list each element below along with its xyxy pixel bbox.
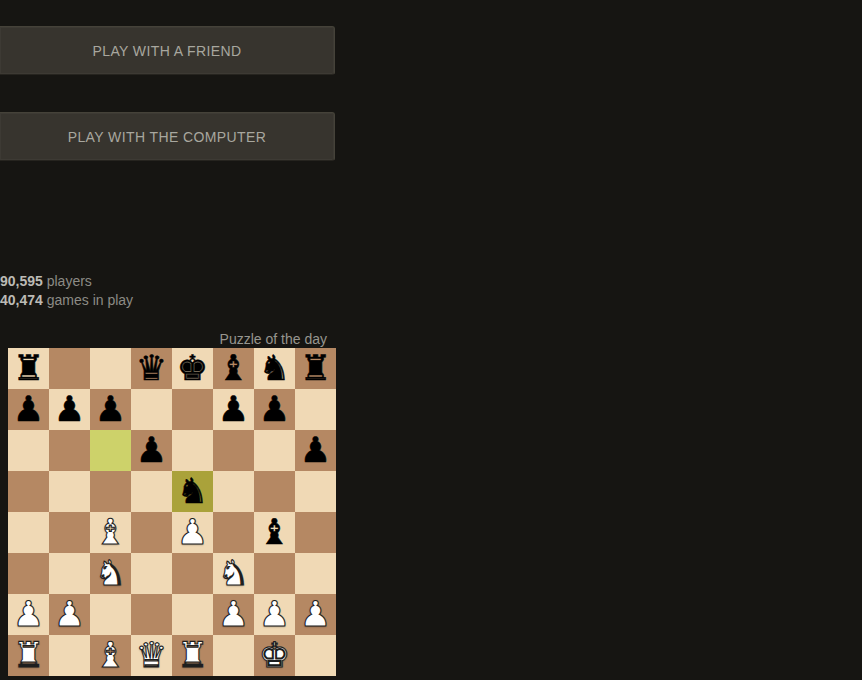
square-c3[interactable]: ♞ — [90, 553, 131, 594]
black-bishop-piece[interactable]: ♝ — [254, 512, 295, 553]
white-pawn-piece[interactable]: ♟ — [49, 594, 90, 635]
square-d3[interactable] — [131, 553, 172, 594]
square-g4[interactable]: ♝ — [254, 512, 295, 553]
square-c1[interactable]: ♝ — [90, 635, 131, 676]
square-c7[interactable]: ♟ — [90, 389, 131, 430]
square-a6[interactable] — [8, 430, 49, 471]
square-b2[interactable]: ♟ — [49, 594, 90, 635]
black-knight-piece[interactable]: ♞ — [254, 348, 295, 389]
square-f8[interactable]: ♝ — [213, 348, 254, 389]
square-f6[interactable] — [213, 430, 254, 471]
white-knight-piece[interactable]: ♞ — [213, 553, 254, 594]
white-pawn-piece[interactable]: ♟ — [213, 594, 254, 635]
square-e2[interactable] — [172, 594, 213, 635]
square-d7[interactable] — [131, 389, 172, 430]
white-rook-piece[interactable]: ♜ — [172, 635, 213, 676]
square-h6[interactable]: ♟ — [295, 430, 336, 471]
black-pawn-piece[interactable]: ♟ — [8, 389, 49, 430]
square-g3[interactable] — [254, 553, 295, 594]
play-with-computer-button[interactable]: PLAY WITH THE COMPUTER — [0, 112, 335, 161]
square-b1[interactable] — [49, 635, 90, 676]
square-c8[interactable] — [90, 348, 131, 389]
black-queen-piece[interactable]: ♛ — [131, 348, 172, 389]
square-d4[interactable] — [131, 512, 172, 553]
games-label: games in play — [47, 292, 133, 308]
white-queen-piece[interactable]: ♛ — [131, 635, 172, 676]
square-g1[interactable]: ♚ — [254, 635, 295, 676]
square-a4[interactable] — [8, 512, 49, 553]
square-f5[interactable] — [213, 471, 254, 512]
square-e7[interactable] — [172, 389, 213, 430]
chess-board[interactable]: ♜♛♚♝♞♜♟♟♟♟♟♟♟♞♝♟♝♞♞♟♟♟♟♟♜♝♛♜♚ — [8, 348, 336, 676]
square-c5[interactable] — [90, 471, 131, 512]
square-f7[interactable]: ♟ — [213, 389, 254, 430]
square-e6[interactable] — [172, 430, 213, 471]
square-c2[interactable] — [90, 594, 131, 635]
square-a7[interactable]: ♟ — [8, 389, 49, 430]
players-label: players — [47, 273, 92, 289]
square-b8[interactable] — [49, 348, 90, 389]
square-d6[interactable]: ♟ — [131, 430, 172, 471]
square-e4[interactable]: ♟ — [172, 512, 213, 553]
square-h2[interactable]: ♟ — [295, 594, 336, 635]
square-h5[interactable] — [295, 471, 336, 512]
black-pawn-piece[interactable]: ♟ — [131, 430, 172, 471]
black-pawn-piece[interactable]: ♟ — [213, 389, 254, 430]
square-b4[interactable] — [49, 512, 90, 553]
square-e8[interactable]: ♚ — [172, 348, 213, 389]
square-f2[interactable]: ♟ — [213, 594, 254, 635]
black-knight-piece[interactable]: ♞ — [172, 471, 213, 512]
square-f1[interactable] — [213, 635, 254, 676]
white-knight-piece[interactable]: ♞ — [90, 553, 131, 594]
play-with-friend-button[interactable]: PLAY WITH A FRIEND — [0, 26, 335, 75]
square-h3[interactable] — [295, 553, 336, 594]
square-e1[interactable]: ♜ — [172, 635, 213, 676]
black-pawn-piece[interactable]: ♟ — [90, 389, 131, 430]
black-pawn-piece[interactable]: ♟ — [254, 389, 295, 430]
square-c6[interactable] — [90, 430, 131, 471]
square-b3[interactable] — [49, 553, 90, 594]
white-pawn-piece[interactable]: ♟ — [8, 594, 49, 635]
square-g6[interactable] — [254, 430, 295, 471]
square-d1[interactable]: ♛ — [131, 635, 172, 676]
players-count: 90,595 — [0, 273, 43, 289]
square-e5[interactable]: ♞ — [172, 471, 213, 512]
square-a5[interactable] — [8, 471, 49, 512]
white-pawn-piece[interactable]: ♟ — [295, 594, 336, 635]
games-count: 40,474 — [0, 292, 43, 308]
white-king-piece[interactable]: ♚ — [254, 635, 295, 676]
square-h7[interactable] — [295, 389, 336, 430]
white-bishop-piece[interactable]: ♝ — [90, 635, 131, 676]
square-f4[interactable] — [213, 512, 254, 553]
square-d5[interactable] — [131, 471, 172, 512]
black-king-piece[interactable]: ♚ — [172, 348, 213, 389]
puzzle-of-the-day-title: Puzzle of the day — [0, 331, 327, 347]
square-e3[interactable] — [172, 553, 213, 594]
square-a2[interactable]: ♟ — [8, 594, 49, 635]
square-d8[interactable]: ♛ — [131, 348, 172, 389]
square-h4[interactable] — [295, 512, 336, 553]
square-b6[interactable] — [49, 430, 90, 471]
white-bishop-piece[interactable]: ♝ — [90, 512, 131, 553]
square-g5[interactable] — [254, 471, 295, 512]
black-pawn-piece[interactable]: ♟ — [49, 389, 90, 430]
players-stat: 90,595 players — [0, 272, 133, 291]
lobby-stats: 90,595 players 40,474 games in play — [0, 272, 133, 310]
square-b7[interactable]: ♟ — [49, 389, 90, 430]
square-d2[interactable] — [131, 594, 172, 635]
square-b5[interactable] — [49, 471, 90, 512]
square-a3[interactable] — [8, 553, 49, 594]
black-rook-piece[interactable]: ♜ — [8, 348, 49, 389]
white-rook-piece[interactable]: ♜ — [8, 635, 49, 676]
black-bishop-piece[interactable]: ♝ — [213, 348, 254, 389]
black-rook-piece[interactable]: ♜ — [295, 348, 336, 389]
square-h1[interactable] — [295, 635, 336, 676]
lobby-left-column: PLAY WITH A FRIEND PLAY WITH THE COMPUTE… — [0, 0, 340, 680]
games-stat: 40,474 games in play — [0, 291, 133, 310]
white-pawn-piece[interactable]: ♟ — [172, 512, 213, 553]
square-a1[interactable]: ♜ — [8, 635, 49, 676]
white-pawn-piece[interactable]: ♟ — [254, 594, 295, 635]
black-pawn-piece[interactable]: ♟ — [295, 430, 336, 471]
square-c4[interactable]: ♝ — [90, 512, 131, 553]
square-g2[interactable]: ♟ — [254, 594, 295, 635]
square-g8[interactable]: ♞ — [254, 348, 295, 389]
square-h8[interactable]: ♜ — [295, 348, 336, 389]
square-f3[interactable]: ♞ — [213, 553, 254, 594]
square-g7[interactable]: ♟ — [254, 389, 295, 430]
square-a8[interactable]: ♜ — [8, 348, 49, 389]
